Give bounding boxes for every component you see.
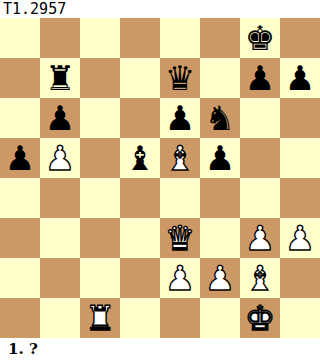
square-e2[interactable]: ♟	[160, 258, 200, 298]
square-b1[interactable]	[40, 298, 80, 338]
square-d4[interactable]	[120, 178, 160, 218]
square-c1[interactable]: ♜	[80, 298, 120, 338]
square-b2[interactable]	[40, 258, 80, 298]
black-pawn[interactable]: ♟	[0, 138, 40, 178]
square-f8[interactable]	[200, 18, 240, 58]
move-prompt: 1. ?	[0, 338, 320, 360]
square-f4[interactable]	[200, 178, 240, 218]
square-c7[interactable]	[80, 58, 120, 98]
square-e4[interactable]	[160, 178, 200, 218]
white-pawn[interactable]: ♟	[40, 138, 80, 178]
square-h4[interactable]	[280, 178, 320, 218]
white-pawn[interactable]: ♟	[200, 258, 240, 298]
square-a3[interactable]	[0, 218, 40, 258]
square-d7[interactable]	[120, 58, 160, 98]
square-d3[interactable]	[120, 218, 160, 258]
square-g2[interactable]: ♝	[240, 258, 280, 298]
square-a8[interactable]	[0, 18, 40, 58]
square-d8[interactable]	[120, 18, 160, 58]
white-queen[interactable]: ♛	[160, 218, 200, 258]
black-pawn[interactable]: ♟	[240, 58, 280, 98]
white-pawn[interactable]: ♟	[160, 258, 200, 298]
square-f3[interactable]	[200, 218, 240, 258]
square-f2[interactable]: ♟	[200, 258, 240, 298]
square-b4[interactable]	[40, 178, 80, 218]
square-h3[interactable]: ♟	[280, 218, 320, 258]
square-c4[interactable]	[80, 178, 120, 218]
square-h1[interactable]	[280, 298, 320, 338]
square-a7[interactable]	[0, 58, 40, 98]
square-g8[interactable]: ♚	[240, 18, 280, 58]
square-a6[interactable]	[0, 98, 40, 138]
square-e6[interactable]: ♟	[160, 98, 200, 138]
white-pawn[interactable]: ♟	[280, 218, 320, 258]
black-pawn[interactable]: ♟	[280, 58, 320, 98]
square-g4[interactable]	[240, 178, 280, 218]
square-h7[interactable]: ♟	[280, 58, 320, 98]
square-h6[interactable]	[280, 98, 320, 138]
square-h8[interactable]	[280, 18, 320, 58]
square-d1[interactable]	[120, 298, 160, 338]
square-f5[interactable]: ♟	[200, 138, 240, 178]
square-c6[interactable]	[80, 98, 120, 138]
square-g1[interactable]: ♚	[240, 298, 280, 338]
black-pawn[interactable]: ♟	[160, 98, 200, 138]
square-g5[interactable]	[240, 138, 280, 178]
square-b3[interactable]	[40, 218, 80, 258]
black-queen[interactable]: ♛	[160, 58, 200, 98]
black-knight[interactable]: ♞	[200, 98, 240, 138]
square-d6[interactable]	[120, 98, 160, 138]
square-c3[interactable]	[80, 218, 120, 258]
square-b6[interactable]: ♟	[40, 98, 80, 138]
black-pawn[interactable]: ♟	[40, 98, 80, 138]
square-a4[interactable]	[0, 178, 40, 218]
white-rook[interactable]: ♜	[80, 298, 120, 338]
square-g7[interactable]: ♟	[240, 58, 280, 98]
black-pawn[interactable]: ♟	[200, 138, 240, 178]
square-b8[interactable]	[40, 18, 80, 58]
square-e5[interactable]: ♝	[160, 138, 200, 178]
square-h5[interactable]	[280, 138, 320, 178]
square-g3[interactable]: ♟	[240, 218, 280, 258]
square-b7[interactable]: ♜	[40, 58, 80, 98]
white-bishop[interactable]: ♝	[240, 258, 280, 298]
square-b5[interactable]: ♟	[40, 138, 80, 178]
square-f7[interactable]	[200, 58, 240, 98]
square-a2[interactable]	[0, 258, 40, 298]
square-d5[interactable]: ♝	[120, 138, 160, 178]
black-rook[interactable]: ♜	[40, 58, 80, 98]
square-a1[interactable]	[0, 298, 40, 338]
square-c8[interactable]	[80, 18, 120, 58]
square-a5[interactable]: ♟	[0, 138, 40, 178]
square-e8[interactable]	[160, 18, 200, 58]
square-d2[interactable]	[120, 258, 160, 298]
square-c2[interactable]	[80, 258, 120, 298]
white-pawn[interactable]: ♟	[240, 218, 280, 258]
black-king[interactable]: ♚	[240, 18, 280, 58]
white-king[interactable]: ♚	[240, 298, 280, 338]
square-e7[interactable]: ♛	[160, 58, 200, 98]
square-g6[interactable]	[240, 98, 280, 138]
square-f6[interactable]: ♞	[200, 98, 240, 138]
white-bishop[interactable]: ♝	[160, 138, 200, 178]
square-c5[interactable]	[80, 138, 120, 178]
square-e1[interactable]	[160, 298, 200, 338]
square-e3[interactable]: ♛	[160, 218, 200, 258]
diagram-title: T1.2957	[0, 0, 320, 18]
square-f1[interactable]	[200, 298, 240, 338]
square-h2[interactable]	[280, 258, 320, 298]
black-bishop[interactable]: ♝	[120, 138, 160, 178]
chess-board: ♚♜♛♟♟♟♟♞♟♟♝♝♟♛♟♟♟♟♝♜♚	[0, 18, 320, 338]
chess-diagram-window: T1.2957 ♚♜♛♟♟♟♟♞♟♟♝♝♟♛♟♟♟♟♝♜♚ 1. ?	[0, 0, 320, 360]
